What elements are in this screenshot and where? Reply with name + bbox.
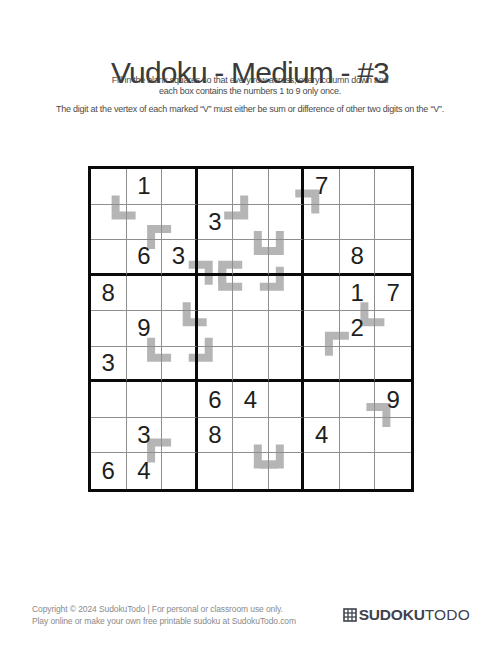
cell-r3c6[interactable]: [269, 240, 305, 276]
cell-r7c5[interactable]: 4: [233, 382, 269, 418]
cell-r7c6[interactable]: [269, 382, 305, 418]
cell-r3c1[interactable]: [91, 240, 127, 276]
footer: Copyright © 2024 SudokuTodo | For person…: [32, 600, 470, 630]
copyright-line2: Play online or make your own free printa…: [32, 615, 296, 627]
cell-r6c1[interactable]: 3: [91, 347, 127, 383]
instructions-v-rule: The digit at the vertex of each marked “…: [0, 104, 500, 115]
cell-r8c1[interactable]: [91, 418, 127, 454]
cell-r9c2[interactable]: 4: [127, 453, 163, 489]
cell-r6c9[interactable]: [375, 347, 411, 383]
cell-r9c7[interactable]: [304, 453, 340, 489]
cell-r1c9[interactable]: [375, 169, 411, 205]
cell-r6c4[interactable]: [198, 347, 234, 383]
cell-r6c5[interactable]: [233, 347, 269, 383]
cell-r4c7[interactable]: [304, 276, 340, 312]
cell-r2c8[interactable]: [340, 205, 376, 241]
cell-r3c2[interactable]: 6: [127, 240, 163, 276]
cell-r9c4[interactable]: [198, 453, 234, 489]
cell-r3c8[interactable]: 8: [340, 240, 376, 276]
cell-r5c4[interactable]: [198, 311, 234, 347]
cell-r4c9[interactable]: 7: [375, 276, 411, 312]
cell-r2c5[interactable]: [233, 205, 269, 241]
cell-r8c5[interactable]: [233, 418, 269, 454]
logo-text-todo: TODO: [425, 606, 470, 624]
cell-r4c5[interactable]: [233, 276, 269, 312]
cell-r2c2[interactable]: [127, 205, 163, 241]
cell-r9c8[interactable]: [340, 453, 376, 489]
cell-r6c3[interactable]: [162, 347, 198, 383]
cell-r5c9[interactable]: [375, 311, 411, 347]
cell-r7c1[interactable]: [91, 382, 127, 418]
cell-r2c3[interactable]: [162, 205, 198, 241]
cell-r9c1[interactable]: 6: [91, 453, 127, 489]
cell-r6c6[interactable]: [269, 347, 305, 383]
cell-r8c3[interactable]: [162, 418, 198, 454]
cell-r1c6[interactable]: [269, 169, 305, 205]
cell-r6c8[interactable]: [340, 347, 376, 383]
cell-r4c3[interactable]: [162, 276, 198, 312]
cell-r2c7[interactable]: [304, 205, 340, 241]
sudoku-board: 17363881792364938464: [88, 166, 414, 492]
sudoku-cells: 17363881792364938464: [91, 169, 411, 489]
cell-r7c4[interactable]: 6: [198, 382, 234, 418]
cell-r1c1[interactable]: [91, 169, 127, 205]
cell-r3c4[interactable]: [198, 240, 234, 276]
cell-r1c4[interactable]: [198, 169, 234, 205]
cell-r5c7[interactable]: [304, 311, 340, 347]
cell-r1c7[interactable]: 7: [304, 169, 340, 205]
cell-r5c5[interactable]: [233, 311, 269, 347]
cell-r9c6[interactable]: [269, 453, 305, 489]
instructions-line1: Fill in the blank squares so that every …: [0, 75, 500, 86]
cell-r7c7[interactable]: [304, 382, 340, 418]
cell-r1c2[interactable]: 1: [127, 169, 163, 205]
cell-r1c5[interactable]: [233, 169, 269, 205]
cell-r7c8[interactable]: [340, 382, 376, 418]
cell-r4c2[interactable]: [127, 276, 163, 312]
cell-r8c2[interactable]: 3: [127, 418, 163, 454]
cell-r2c9[interactable]: [375, 205, 411, 241]
cell-r7c9[interactable]: 9: [375, 382, 411, 418]
cell-r9c3[interactable]: [162, 453, 198, 489]
instructions-line2: each box contains the numbers 1 to 9 onl…: [0, 86, 500, 97]
cell-r3c7[interactable]: [304, 240, 340, 276]
cell-r1c8[interactable]: [340, 169, 376, 205]
cell-r2c4[interactable]: 3: [198, 205, 234, 241]
cell-r9c5[interactable]: [233, 453, 269, 489]
copyright-line1: Copyright © 2024 SudokuTodo | For person…: [32, 603, 296, 615]
cell-r5c1[interactable]: [91, 311, 127, 347]
cell-r2c1[interactable]: [91, 205, 127, 241]
cell-r8c9[interactable]: [375, 418, 411, 454]
cell-r3c5[interactable]: [233, 240, 269, 276]
grid-logo-icon: [343, 608, 357, 622]
cell-r2c6[interactable]: [269, 205, 305, 241]
cell-r6c2[interactable]: [127, 347, 163, 383]
copyright-text: Copyright © 2024 SudokuTodo | For person…: [32, 603, 296, 627]
cell-r3c9[interactable]: [375, 240, 411, 276]
cell-r4c4[interactable]: [198, 276, 234, 312]
instructions-basic: Fill in the blank squares so that every …: [0, 75, 500, 96]
cell-r3c3[interactable]: 3: [162, 240, 198, 276]
cell-r8c8[interactable]: [340, 418, 376, 454]
cell-r5c3[interactable]: [162, 311, 198, 347]
cell-r4c6[interactable]: [269, 276, 305, 312]
page: Vudoku - Medium - #3 Fill in the blank s…: [0, 0, 500, 647]
cell-r1c3[interactable]: [162, 169, 198, 205]
cell-r5c6[interactable]: [269, 311, 305, 347]
cell-r6c7[interactable]: [304, 347, 340, 383]
cell-r7c3[interactable]: [162, 382, 198, 418]
cell-r5c2[interactable]: 9: [127, 311, 163, 347]
cell-r5c8[interactable]: 2: [340, 311, 376, 347]
cell-r7c2[interactable]: [127, 382, 163, 418]
cell-r9c9[interactable]: [375, 453, 411, 489]
cell-r4c1[interactable]: 8: [91, 276, 127, 312]
logo-text-sudoku: SUDOKU: [359, 606, 425, 624]
cell-r4c8[interactable]: 1: [340, 276, 376, 312]
cell-r8c6[interactable]: [269, 418, 305, 454]
cell-r8c4[interactable]: 8: [198, 418, 234, 454]
cell-r8c7[interactable]: 4: [304, 418, 340, 454]
sudokutodo-logo: SUDOKUTODO: [343, 606, 470, 624]
